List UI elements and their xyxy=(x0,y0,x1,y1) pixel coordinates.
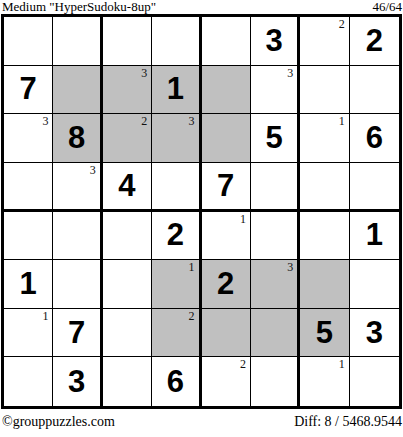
cell-r3c7[interactable]: 1 xyxy=(300,114,349,163)
given-digit: 5 xyxy=(300,309,348,357)
pencil-mark: 1 xyxy=(189,261,195,274)
cell-r5c7[interactable] xyxy=(300,212,349,261)
given-digit: 1 xyxy=(350,212,399,260)
cell-r1c5[interactable] xyxy=(202,17,251,66)
cell-r4c3[interactable]: 4 xyxy=(103,163,152,212)
cell-r5c1[interactable] xyxy=(4,212,53,261)
cell-r7c3[interactable] xyxy=(103,309,152,358)
given-digit: 3 xyxy=(251,17,297,65)
cell-r1c8[interactable]: 2 xyxy=(350,17,399,66)
cell-r6c2[interactable] xyxy=(53,260,102,309)
given-digit: 6 xyxy=(152,357,198,406)
cell-r8c7[interactable]: 1 xyxy=(300,357,349,406)
cell-r2c6[interactable]: 3 xyxy=(251,66,300,115)
cell-r5c3[interactable] xyxy=(103,212,152,261)
cell-r7c6[interactable] xyxy=(251,309,300,358)
cell-r8c2[interactable]: 3 xyxy=(53,357,102,406)
cell-r7c7[interactable]: 5 xyxy=(300,309,349,358)
page-header: Medium "HyperSudoku-8up" 46/64 xyxy=(2,0,402,14)
cell-r8c8[interactable] xyxy=(350,357,399,406)
pencil-mark: 3 xyxy=(141,67,147,80)
cell-r4c1[interactable] xyxy=(4,163,53,212)
pencil-mark: 1 xyxy=(240,213,246,226)
given-digit: 2 xyxy=(202,260,250,308)
cell-r2c1[interactable]: 7 xyxy=(4,66,53,115)
cell-r8c1[interactable] xyxy=(4,357,53,406)
difficulty-text: Diff: 8 / 5468.9544 xyxy=(294,414,402,430)
remaining-counter: 46/64 xyxy=(372,0,402,13)
cell-r6c3[interactable] xyxy=(103,260,152,309)
cell-r1c6[interactable]: 3 xyxy=(251,17,300,66)
cell-r4c6[interactable] xyxy=(251,163,300,212)
cell-r2c2[interactable] xyxy=(53,66,102,115)
cell-r2c4[interactable]: 1 xyxy=(152,66,201,115)
cell-r2c7[interactable] xyxy=(300,66,349,115)
given-digit: 3 xyxy=(53,357,99,406)
cell-r4c8[interactable] xyxy=(350,163,399,212)
cell-r5c5[interactable]: 1 xyxy=(202,212,251,261)
cell-r7c2[interactable]: 7 xyxy=(53,309,102,358)
cell-r8c5[interactable]: 2 xyxy=(202,357,251,406)
cell-r6c5[interactable]: 2 xyxy=(202,260,251,309)
cell-r1c4[interactable] xyxy=(152,17,201,66)
cell-r6c1[interactable]: 1 xyxy=(4,260,53,309)
cell-r4c2[interactable]: 3 xyxy=(53,163,102,212)
sudoku-board: 322731338235163472111123172533621 xyxy=(1,14,402,409)
cell-r3c1[interactable]: 3 xyxy=(4,114,53,163)
given-digit: 8 xyxy=(53,114,99,162)
cell-r1c2[interactable] xyxy=(53,17,102,66)
pencil-mark: 3 xyxy=(287,67,293,80)
pencil-mark: 2 xyxy=(339,18,345,31)
given-digit: 5 xyxy=(251,114,297,162)
puzzle-title: Medium "HyperSudoku-8up" xyxy=(2,0,156,13)
cell-r7c1[interactable]: 1 xyxy=(4,309,53,358)
cell-r5c6[interactable] xyxy=(251,212,300,261)
cell-r2c3[interactable]: 3 xyxy=(103,66,152,115)
pencil-mark: 1 xyxy=(42,310,48,323)
cell-r6c7[interactable] xyxy=(300,260,349,309)
cell-r4c5[interactable]: 7 xyxy=(202,163,251,212)
cell-r2c8[interactable] xyxy=(350,66,399,115)
given-digit: 4 xyxy=(103,163,151,209)
cell-r6c4[interactable]: 1 xyxy=(152,260,201,309)
cell-r4c4[interactable] xyxy=(152,163,201,212)
given-digit: 3 xyxy=(350,309,399,357)
given-digit: 7 xyxy=(4,66,52,114)
pencil-mark: 3 xyxy=(287,261,293,274)
cell-r7c8[interactable]: 3 xyxy=(350,309,399,358)
pencil-mark: 1 xyxy=(339,358,345,371)
pencil-mark: 3 xyxy=(90,164,96,177)
cell-r3c8[interactable]: 6 xyxy=(350,114,399,163)
given-digit: 7 xyxy=(202,163,250,209)
cell-r8c4[interactable]: 6 xyxy=(152,357,201,406)
given-digit: 2 xyxy=(152,212,198,260)
cell-r4c7[interactable] xyxy=(300,163,349,212)
given-digit: 1 xyxy=(4,260,52,308)
cell-r1c1[interactable] xyxy=(4,17,53,66)
cell-r6c6[interactable]: 3 xyxy=(251,260,300,309)
pencil-mark: 2 xyxy=(240,358,246,371)
pencil-mark: 1 xyxy=(339,115,345,128)
cell-r3c2[interactable]: 8 xyxy=(53,114,102,163)
cell-r3c6[interactable]: 5 xyxy=(251,114,300,163)
cell-r2c5[interactable] xyxy=(202,66,251,115)
cell-r3c5[interactable] xyxy=(202,114,251,163)
cell-r6c8[interactable] xyxy=(350,260,399,309)
cell-r8c6[interactable] xyxy=(251,357,300,406)
given-digit: 1 xyxy=(152,66,198,114)
cell-r1c7[interactable]: 2 xyxy=(300,17,349,66)
cell-r5c4[interactable]: 2 xyxy=(152,212,201,261)
cell-r7c5[interactable] xyxy=(202,309,251,358)
cell-r5c8[interactable]: 1 xyxy=(350,212,399,261)
page-footer: ©grouppuzzles.com Diff: 8 / 5468.9544 xyxy=(2,413,402,431)
cell-r8c3[interactable] xyxy=(103,357,152,406)
given-digit: 7 xyxy=(53,309,99,357)
cell-r7c4[interactable]: 2 xyxy=(152,309,201,358)
pencil-mark: 2 xyxy=(189,310,195,323)
copyright-text: ©grouppuzzles.com xyxy=(2,414,115,430)
pencil-mark: 3 xyxy=(189,115,195,128)
cell-r3c4[interactable]: 3 xyxy=(152,114,201,163)
pencil-mark: 2 xyxy=(141,115,147,128)
given-digit: 2 xyxy=(350,17,399,65)
pencil-mark: 3 xyxy=(42,115,48,128)
cell-r5c2[interactable] xyxy=(53,212,102,261)
given-digit: 6 xyxy=(350,114,399,162)
cell-r1c3[interactable] xyxy=(103,17,152,66)
cell-r3c3[interactable]: 2 xyxy=(103,114,152,163)
